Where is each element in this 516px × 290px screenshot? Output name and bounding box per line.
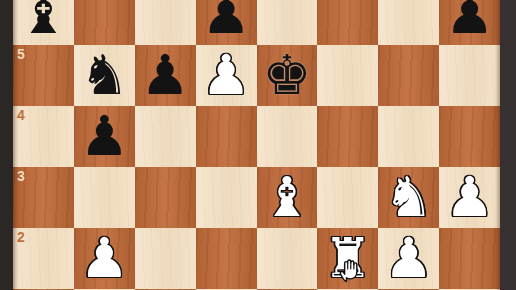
rank-label-2: 2 [17, 230, 25, 244]
square-e4[interactable] [257, 106, 318, 167]
square-g2[interactable]: ♟ [378, 228, 439, 289]
square-d3[interactable] [196, 167, 257, 228]
square-b2[interactable]: ♟ [74, 228, 135, 289]
square-d6[interactable]: ♟ [196, 0, 257, 45]
black-pawn-b4[interactable]: ♟ [80, 106, 129, 167]
white-knight-g3[interactable]: ♞ [384, 167, 433, 228]
square-f6[interactable] [317, 0, 378, 45]
square-d2[interactable] [196, 228, 257, 289]
square-h2[interactable] [439, 228, 500, 289]
square-c4[interactable] [135, 106, 196, 167]
white-rook-f2[interactable]: ♜ [323, 228, 372, 289]
square-h5[interactable] [439, 45, 500, 106]
square-g3[interactable]: ♞ [378, 167, 439, 228]
square-e6[interactable] [257, 0, 318, 45]
square-a4[interactable]: 4 [13, 106, 74, 167]
square-a2[interactable]: 2 [13, 228, 74, 289]
square-g4[interactable] [378, 106, 439, 167]
black-pawn-d6[interactable]: ♟ [201, 0, 250, 45]
square-d4[interactable] [196, 106, 257, 167]
square-b5[interactable]: ♞ [74, 45, 135, 106]
square-c2[interactable] [135, 228, 196, 289]
square-d5[interactable]: ♟ [196, 45, 257, 106]
white-pawn-b2[interactable]: ♟ [80, 228, 129, 289]
white-pawn-d5[interactable]: ♟ [201, 45, 250, 106]
white-bishop-e3[interactable]: ♝ [262, 167, 311, 228]
square-e2[interactable] [257, 228, 318, 289]
square-f4[interactable] [317, 106, 378, 167]
square-c3[interactable] [135, 167, 196, 228]
board-right-gutter [500, 0, 516, 290]
black-bishop-a6[interactable]: ♝ [19, 0, 68, 45]
square-f5[interactable] [317, 45, 378, 106]
square-g6[interactable] [378, 0, 439, 45]
square-b4[interactable]: ♟ [74, 106, 135, 167]
square-f3[interactable] [317, 167, 378, 228]
square-c6[interactable] [135, 0, 196, 45]
rank-label-5: 5 [17, 47, 25, 61]
square-e3[interactable]: ♝ [257, 167, 318, 228]
square-e5[interactable]: ♚ [257, 45, 318, 106]
square-a3[interactable]: 3 [13, 167, 74, 228]
square-a6[interactable]: 6♝ [13, 0, 74, 45]
white-pawn-g2[interactable]: ♟ [384, 228, 433, 289]
rank-label-4: 4 [17, 108, 25, 122]
square-f2[interactable]: ♜ [317, 228, 378, 289]
black-pawn-c5[interactable]: ♟ [141, 45, 190, 106]
chess-app-window: 6♝♟♟5♞♟♟♚4♟3♝♞♟2♟♜♟ [0, 0, 516, 290]
square-c5[interactable]: ♟ [135, 45, 196, 106]
chess-board: 6♝♟♟5♞♟♟♚4♟3♝♞♟2♟♜♟ [13, 0, 500, 290]
square-h4[interactable] [439, 106, 500, 167]
square-g5[interactable] [378, 45, 439, 106]
white-pawn-h3[interactable]: ♟ [445, 167, 494, 228]
black-knight-b5[interactable]: ♞ [80, 45, 129, 106]
square-h6[interactable]: ♟ [439, 0, 500, 45]
square-h3[interactable]: ♟ [439, 167, 500, 228]
square-a5[interactable]: 5 [13, 45, 74, 106]
black-king-e5[interactable]: ♚ [262, 45, 311, 106]
square-b6[interactable] [74, 0, 135, 45]
black-pawn-h6[interactable]: ♟ [445, 0, 494, 45]
board-left-gutter [0, 0, 13, 290]
square-b3[interactable] [74, 167, 135, 228]
rank-label-3: 3 [17, 169, 25, 183]
